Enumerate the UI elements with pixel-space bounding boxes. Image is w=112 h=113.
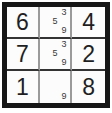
placed-digit: 8 [72, 71, 105, 103]
cell-r1c1[interactable]: 6 [7, 7, 40, 39]
pencil-marks: 359 [42, 40, 69, 67]
cell-r1c3[interactable]: 4 [72, 7, 105, 39]
sudoku-grid: 6359473592198 [7, 7, 105, 103]
placed-digit: 4 [72, 7, 105, 37]
candidate-digit: 3 [59, 8, 68, 17]
pencil-marks: 359 [42, 8, 69, 35]
cell-r1c2[interactable]: 359 [40, 7, 73, 39]
placed-digit: 1 [7, 71, 38, 103]
cell-r3c2[interactable]: 9 [40, 71, 73, 103]
candidate-digit: 5 [51, 49, 60, 58]
sudoku-board: 6359473592198 [2, 2, 110, 108]
cell-r3c1[interactable]: 1 [7, 71, 40, 103]
sudoku-box-screenshot: 6359473592198 [0, 0, 112, 113]
candidate-digit: 5 [51, 17, 60, 26]
cell-r2c3[interactable]: 2 [72, 39, 105, 71]
placed-digit: 2 [72, 39, 105, 69]
cell-r2c2[interactable]: 359 [40, 39, 73, 71]
placed-digit: 7 [7, 39, 38, 69]
candidate-digit: 9 [59, 26, 68, 35]
candidate-digit: 3 [59, 40, 68, 49]
cell-r3c3[interactable]: 8 [72, 71, 105, 103]
pencil-marks: 9 [42, 72, 69, 101]
cell-r2c1[interactable]: 7 [7, 39, 40, 71]
placed-digit: 6 [7, 7, 38, 37]
candidate-digit: 9 [59, 58, 68, 67]
candidate-digit: 9 [59, 91, 68, 101]
